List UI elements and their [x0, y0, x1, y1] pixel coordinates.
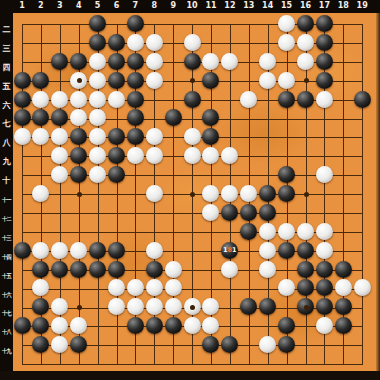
intersection-r15c1[interactable]: [13, 279, 32, 298]
intersection-r11c3[interactable]: [50, 203, 69, 222]
intersection-r16c19[interactable]: [353, 297, 372, 316]
intersection-r6c2[interactable]: [31, 109, 50, 128]
intersection-r14c6[interactable]: [107, 260, 126, 279]
intersection-r9c15[interactable]: [277, 165, 296, 184]
intersection-r9c8[interactable]: [145, 165, 164, 184]
intersection-r2c9[interactable]: [164, 33, 183, 52]
intersection-r2c11[interactable]: [201, 33, 220, 52]
intersection-r13c19[interactable]: [353, 241, 372, 260]
intersection-r1c6[interactable]: [107, 14, 126, 33]
intersection-r16c13[interactable]: [239, 297, 258, 316]
intersection-r6c4[interactable]: [69, 109, 88, 128]
intersection-r17c8[interactable]: [145, 316, 164, 335]
intersection-r14c8[interactable]: [145, 260, 164, 279]
intersection-r4c15[interactable]: [277, 71, 296, 90]
intersection-r17c6[interactable]: [107, 316, 126, 335]
intersection-r18c5[interactable]: [88, 335, 107, 354]
intersection-r12c16[interactable]: [296, 222, 315, 241]
intersection-r6c9[interactable]: [164, 109, 183, 128]
intersection-r2c2[interactable]: [31, 33, 50, 52]
intersection-r14c16[interactable]: [296, 260, 315, 279]
intersection-r18c1[interactable]: [13, 335, 32, 354]
intersection-r17c17[interactable]: [315, 316, 334, 335]
intersection-r3c10[interactable]: [183, 52, 202, 71]
intersection-r2c17[interactable]: [315, 33, 334, 52]
intersection-r9c7[interactable]: [126, 165, 145, 184]
intersection-r5c3[interactable]: [50, 90, 69, 109]
intersection-r15c18[interactable]: [334, 279, 353, 298]
intersection-r11c19[interactable]: [353, 203, 372, 222]
intersection-r15c8[interactable]: [145, 279, 164, 298]
intersection-r7c5[interactable]: [88, 127, 107, 146]
intersection-r17c10[interactable]: [183, 316, 202, 335]
intersection-r14c5[interactable]: [88, 260, 107, 279]
intersection-r13c15[interactable]: [277, 241, 296, 260]
intersection-r11c7[interactable]: [126, 203, 145, 222]
intersection-r15c2[interactable]: [31, 279, 50, 298]
intersection-r2c18[interactable]: [334, 33, 353, 52]
intersection-r17c16[interactable]: [296, 316, 315, 335]
intersection-r6c12[interactable]: [220, 109, 239, 128]
intersection-r6c7[interactable]: [126, 109, 145, 128]
intersection-r5c16[interactable]: [296, 90, 315, 109]
intersection-r18c6[interactable]: [107, 335, 126, 354]
intersection-r4c14[interactable]: [258, 71, 277, 90]
intersection-r6c5[interactable]: [88, 109, 107, 128]
intersection-r12c5[interactable]: [88, 222, 107, 241]
intersection-r18c16[interactable]: [296, 335, 315, 354]
intersection-r10c8[interactable]: [145, 184, 164, 203]
intersection-r17c19[interactable]: [353, 316, 372, 335]
intersection-r16c2[interactable]: [31, 297, 50, 316]
intersection-r12c14[interactable]: [258, 222, 277, 241]
intersection-r15c12[interactable]: [220, 279, 239, 298]
intersection-r4c18[interactable]: [334, 71, 353, 90]
intersection-r13c10[interactable]: [183, 241, 202, 260]
intersection-r14c4[interactable]: [69, 260, 88, 279]
intersection-r18c18[interactable]: [334, 335, 353, 354]
intersection-r10c19[interactable]: [353, 184, 372, 203]
intersection-r13c18[interactable]: [334, 241, 353, 260]
intersection-r18c12[interactable]: [220, 335, 239, 354]
intersection-r15c13[interactable]: [239, 279, 258, 298]
intersection-r17c5[interactable]: [88, 316, 107, 335]
intersection-r8c10[interactable]: [183, 146, 202, 165]
intersection-r8c5[interactable]: [88, 146, 107, 165]
intersection-r3c15[interactable]: [277, 52, 296, 71]
intersection-r11c18[interactable]: [334, 203, 353, 222]
intersection-r6c14[interactable]: [258, 109, 277, 128]
intersection-r5c15[interactable]: [277, 90, 296, 109]
intersection-r3c17[interactable]: [315, 52, 334, 71]
intersection-r11c6[interactable]: [107, 203, 126, 222]
intersection-r1c7[interactable]: [126, 14, 145, 33]
intersection-r12c6[interactable]: [107, 222, 126, 241]
intersection-r18c15[interactable]: [277, 335, 296, 354]
intersection-r10c11[interactable]: [201, 184, 220, 203]
intersection-r16c6[interactable]: [107, 297, 126, 316]
intersection-r13c4[interactable]: [69, 241, 88, 260]
intersection-r18c3[interactable]: [50, 335, 69, 354]
intersection-r12c15[interactable]: [277, 222, 296, 241]
intersection-r1c14[interactable]: [258, 14, 277, 33]
intersection-r18c19[interactable]: [353, 335, 372, 354]
intersection-r3c12[interactable]: [220, 52, 239, 71]
intersection-r13c9[interactable]: [164, 241, 183, 260]
intersection-r14c14[interactable]: [258, 260, 277, 279]
intersection-r10c2[interactable]: [31, 184, 50, 203]
intersection-r16c9[interactable]: [164, 297, 183, 316]
intersection-r10c17[interactable]: [315, 184, 334, 203]
intersection-r8c7[interactable]: [126, 146, 145, 165]
intersection-r1c12[interactable]: [220, 14, 239, 33]
intersection-r9c19[interactable]: [353, 165, 372, 184]
intersection-r7c13[interactable]: [239, 127, 258, 146]
intersection-r15c9[interactable]: [164, 279, 183, 298]
intersection-r12c13[interactable]: [239, 222, 258, 241]
intersection-r3c8[interactable]: [145, 52, 164, 71]
intersection-r15c4[interactable]: [69, 279, 88, 298]
intersection-r3c19[interactable]: [353, 52, 372, 71]
intersection-r1c3[interactable]: [50, 14, 69, 33]
intersection-r17c1[interactable]: [13, 316, 32, 335]
intersection-r9c1[interactable]: [13, 165, 32, 184]
intersection-r13c14[interactable]: [258, 241, 277, 260]
intersection-r6c16[interactable]: [296, 109, 315, 128]
intersection-r5c11[interactable]: [201, 90, 220, 109]
intersection-r18c17[interactable]: [315, 335, 334, 354]
intersection-r17c4[interactable]: [69, 316, 88, 335]
intersection-r17c14[interactable]: [258, 316, 277, 335]
intersection-r9c11[interactable]: [201, 165, 220, 184]
intersection-r11c2[interactable]: [31, 203, 50, 222]
intersection-r10c1[interactable]: [13, 184, 32, 203]
intersection-r16c11[interactable]: [201, 297, 220, 316]
intersection-r14c9[interactable]: [164, 260, 183, 279]
intersection-r7c19[interactable]: [353, 127, 372, 146]
intersection-r12c12[interactable]: [220, 222, 239, 241]
intersection-r4c19[interactable]: [353, 71, 372, 90]
intersection-r14c7[interactable]: [126, 260, 145, 279]
intersection-r7c17[interactable]: [315, 127, 334, 146]
intersection-r3c11[interactable]: [201, 52, 220, 71]
intersection-r12c3[interactable]: [50, 222, 69, 241]
intersection-r4c6[interactable]: [107, 71, 126, 90]
intersection-r8c8[interactable]: [145, 146, 164, 165]
intersection-r11c1[interactable]: [13, 203, 32, 222]
intersection-r2c10[interactable]: [183, 33, 202, 52]
intersection-r12c8[interactable]: [145, 222, 164, 241]
intersection-r13c3[interactable]: [50, 241, 69, 260]
intersection-r9c9[interactable]: [164, 165, 183, 184]
intersection-r3c13[interactable]: [239, 52, 258, 71]
intersection-r4c17[interactable]: [315, 71, 334, 90]
intersection-r9c12[interactable]: [220, 165, 239, 184]
intersection-r9c3[interactable]: [50, 165, 69, 184]
intersection-r4c7[interactable]: [126, 71, 145, 90]
intersection-r6c1[interactable]: [13, 109, 32, 128]
intersection-r5c9[interactable]: [164, 90, 183, 109]
intersection-r4c11[interactable]: [201, 71, 220, 90]
intersection-r7c18[interactable]: [334, 127, 353, 146]
intersection-r8c18[interactable]: [334, 146, 353, 165]
intersection-r1c1[interactable]: [13, 14, 32, 33]
intersection-r8c3[interactable]: [50, 146, 69, 165]
intersection-r5c12[interactable]: [220, 90, 239, 109]
intersection-r18c13[interactable]: [239, 335, 258, 354]
intersection-r15c15[interactable]: [277, 279, 296, 298]
intersection-r5c2[interactable]: [31, 90, 50, 109]
intersection-r1c9[interactable]: [164, 14, 183, 33]
intersection-r6c18[interactable]: [334, 109, 353, 128]
intersection-r9c16[interactable]: [296, 165, 315, 184]
intersection-r8c14[interactable]: [258, 146, 277, 165]
intersection-r7c16[interactable]: [296, 127, 315, 146]
intersection-r7c4[interactable]: [69, 127, 88, 146]
intersection-r14c2[interactable]: [31, 260, 50, 279]
intersection-r9c6[interactable]: [107, 165, 126, 184]
intersection-r3c1[interactable]: [13, 52, 32, 71]
intersection-r5c4[interactable]: [69, 90, 88, 109]
intersection-r6c13[interactable]: [239, 109, 258, 128]
intersection-r10c6[interactable]: [107, 184, 126, 203]
intersection-r8c11[interactable]: [201, 146, 220, 165]
intersection-r8c15[interactable]: [277, 146, 296, 165]
intersection-r1c5[interactable]: [88, 14, 107, 33]
intersection-r13c6[interactable]: [107, 241, 126, 260]
intersection-r17c11[interactable]: [201, 316, 220, 335]
intersection-r5c8[interactable]: [145, 90, 164, 109]
intersection-r8c2[interactable]: [31, 146, 50, 165]
intersection-r18c10[interactable]: [183, 335, 202, 354]
intersection-r2c1[interactable]: [13, 33, 32, 52]
intersection-r14c18[interactable]: [334, 260, 353, 279]
intersection-r5c5[interactable]: [88, 90, 107, 109]
intersection-r2c8[interactable]: [145, 33, 164, 52]
intersection-r13c13[interactable]: [239, 241, 258, 260]
intersection-r14c3[interactable]: [50, 260, 69, 279]
intersection-r9c2[interactable]: [31, 165, 50, 184]
intersection-r12c11[interactable]: [201, 222, 220, 241]
intersection-r1c13[interactable]: [239, 14, 258, 33]
intersection-r3c16[interactable]: [296, 52, 315, 71]
intersection-r4c1[interactable]: [13, 71, 32, 90]
intersection-r16c14[interactable]: [258, 297, 277, 316]
intersection-r1c16[interactable]: [296, 14, 315, 33]
intersection-r2c3[interactable]: [50, 33, 69, 52]
intersection-r10c5[interactable]: [88, 184, 107, 203]
intersection-r17c13[interactable]: [239, 316, 258, 335]
intersection-r6c17[interactable]: [315, 109, 334, 128]
intersection-r11c16[interactable]: [296, 203, 315, 222]
intersection-r11c12[interactable]: [220, 203, 239, 222]
intersection-r8c9[interactable]: [164, 146, 183, 165]
intersection-r2c16[interactable]: [296, 33, 315, 52]
intersection-r8c13[interactable]: [239, 146, 258, 165]
intersection-r15c10[interactable]: [183, 279, 202, 298]
intersection-r8c16[interactable]: [296, 146, 315, 165]
intersection-r3c9[interactable]: [164, 52, 183, 71]
intersection-r6c19[interactable]: [353, 109, 372, 128]
intersection-r17c7[interactable]: [126, 316, 145, 335]
intersection-r15c19[interactable]: [353, 279, 372, 298]
intersection-r16c8[interactable]: [145, 297, 164, 316]
intersection-r14c12[interactable]: [220, 260, 239, 279]
intersection-r9c4[interactable]: [69, 165, 88, 184]
intersection-r1c15[interactable]: [277, 14, 296, 33]
intersection-r12c10[interactable]: [183, 222, 202, 241]
intersection-r4c13[interactable]: [239, 71, 258, 90]
intersection-r8c19[interactable]: [353, 146, 372, 165]
intersection-r14c10[interactable]: [183, 260, 202, 279]
intersection-r11c8[interactable]: [145, 203, 164, 222]
intersection-r10c9[interactable]: [164, 184, 183, 203]
intersection-r10c3[interactable]: [50, 184, 69, 203]
intersection-r2c6[interactable]: [107, 33, 126, 52]
intersection-r6c15[interactable]: [277, 109, 296, 128]
intersection-r18c7[interactable]: [126, 335, 145, 354]
intersection-r10c13[interactable]: [239, 184, 258, 203]
intersection-r16c3[interactable]: [50, 297, 69, 316]
intersection-r2c12[interactable]: [220, 33, 239, 52]
intersection-r14c11[interactable]: [201, 260, 220, 279]
intersection-r4c5[interactable]: [88, 71, 107, 90]
intersection-r16c12[interactable]: [220, 297, 239, 316]
intersection-r15c5[interactable]: [88, 279, 107, 298]
intersection-r11c9[interactable]: [164, 203, 183, 222]
intersection-r15c3[interactable]: [50, 279, 69, 298]
intersection-r18c11[interactable]: [201, 335, 220, 354]
intersection-r17c2[interactable]: [31, 316, 50, 335]
intersection-r18c2[interactable]: [31, 335, 50, 354]
intersection-r5c7[interactable]: [126, 90, 145, 109]
intersection-r7c12[interactable]: [220, 127, 239, 146]
intersection-r3c6[interactable]: [107, 52, 126, 71]
intersection-r7c1[interactable]: [13, 127, 32, 146]
intersection-r11c15[interactable]: [277, 203, 296, 222]
intersection-r5c13[interactable]: [239, 90, 258, 109]
intersection-r11c13[interactable]: [239, 203, 258, 222]
intersection-r14c15[interactable]: [277, 260, 296, 279]
intersection-r15c6[interactable]: [107, 279, 126, 298]
intersection-r1c4[interactable]: [69, 14, 88, 33]
intersection-r17c9[interactable]: [164, 316, 183, 335]
intersection-r5c10[interactable]: [183, 90, 202, 109]
intersection-r5c14[interactable]: [258, 90, 277, 109]
intersection-r11c17[interactable]: [315, 203, 334, 222]
intersection-r15c7[interactable]: [126, 279, 145, 298]
intersection-r2c15[interactable]: [277, 33, 296, 52]
intersection-r13c2[interactable]: [31, 241, 50, 260]
intersection-r5c17[interactable]: [315, 90, 334, 109]
intersection-r13c7[interactable]: [126, 241, 145, 260]
intersection-r8c1[interactable]: [13, 146, 32, 165]
intersection-r3c7[interactable]: [126, 52, 145, 71]
intersection-r4c9[interactable]: [164, 71, 183, 90]
intersection-r7c14[interactable]: [258, 127, 277, 146]
intersection-r10c18[interactable]: [334, 184, 353, 203]
intersection-r12c4[interactable]: [69, 222, 88, 241]
intersection-r6c8[interactable]: [145, 109, 164, 128]
intersection-r3c5[interactable]: [88, 52, 107, 71]
intersection-r11c4[interactable]: [69, 203, 88, 222]
intersection-r16c1[interactable]: [13, 297, 32, 316]
intersection-r7c9[interactable]: [164, 127, 183, 146]
intersection-r5c19[interactable]: [353, 90, 372, 109]
intersection-r6c10[interactable]: [183, 109, 202, 128]
intersection-r9c18[interactable]: [334, 165, 353, 184]
intersection-r3c14[interactable]: [258, 52, 277, 71]
intersection-r8c12[interactable]: [220, 146, 239, 165]
intersection-r9c13[interactable]: [239, 165, 258, 184]
intersection-r13c8[interactable]: [145, 241, 164, 260]
intersection-r13c12[interactable]: 181: [220, 241, 239, 260]
intersection-r18c4[interactable]: [69, 335, 88, 354]
intersection-r4c8[interactable]: [145, 71, 164, 90]
intersection-r14c17[interactable]: [315, 260, 334, 279]
intersection-r4c2[interactable]: [31, 71, 50, 90]
intersection-r5c18[interactable]: [334, 90, 353, 109]
intersection-r13c5[interactable]: [88, 241, 107, 260]
intersection-r4c12[interactable]: [220, 71, 239, 90]
intersection-r12c2[interactable]: [31, 222, 50, 241]
intersection-r17c12[interactable]: [220, 316, 239, 335]
intersection-r12c7[interactable]: [126, 222, 145, 241]
intersection-r2c14[interactable]: [258, 33, 277, 52]
intersection-r7c6[interactable]: [107, 127, 126, 146]
intersection-r5c6[interactable]: [107, 90, 126, 109]
intersection-r10c12[interactable]: [220, 184, 239, 203]
intersection-r14c13[interactable]: [239, 260, 258, 279]
intersection-r13c16[interactable]: [296, 241, 315, 260]
intersection-r6c6[interactable]: [107, 109, 126, 128]
intersection-r7c7[interactable]: [126, 127, 145, 146]
intersection-r9c17[interactable]: [315, 165, 334, 184]
intersection-r15c11[interactable]: [201, 279, 220, 298]
intersection-r6c3[interactable]: [50, 109, 69, 128]
intersection-r17c15[interactable]: [277, 316, 296, 335]
intersection-r15c14[interactable]: [258, 279, 277, 298]
intersection-r16c15[interactable]: [277, 297, 296, 316]
intersection-r14c1[interactable]: [13, 260, 32, 279]
intersection-r12c19[interactable]: [353, 222, 372, 241]
intersection-r11c11[interactable]: [201, 203, 220, 222]
intersection-r1c2[interactable]: [31, 14, 50, 33]
intersection-r13c17[interactable]: [315, 241, 334, 260]
intersection-r11c10[interactable]: [183, 203, 202, 222]
intersection-r1c19[interactable]: [353, 14, 372, 33]
intersection-r9c5[interactable]: [88, 165, 107, 184]
intersection-r2c4[interactable]: [69, 33, 88, 52]
intersection-r14c19[interactable]: [353, 260, 372, 279]
intersection-r18c9[interactable]: [164, 335, 183, 354]
intersection-r18c8[interactable]: [145, 335, 164, 354]
intersection-r11c5[interactable]: [88, 203, 107, 222]
intersection-r10c14[interactable]: [258, 184, 277, 203]
intersection-r4c3[interactable]: [50, 71, 69, 90]
intersection-r12c1[interactable]: [13, 222, 32, 241]
intersection-r2c19[interactable]: [353, 33, 372, 52]
intersection-r18c14[interactable]: [258, 335, 277, 354]
intersection-r1c10[interactable]: [183, 14, 202, 33]
intersection-r1c18[interactable]: [334, 14, 353, 33]
intersection-r3c4[interactable]: [69, 52, 88, 71]
intersection-r12c17[interactable]: [315, 222, 334, 241]
intersection-r3c18[interactable]: [334, 52, 353, 71]
intersection-r8c17[interactable]: [315, 146, 334, 165]
intersection-r12c9[interactable]: [164, 222, 183, 241]
intersection-r7c10[interactable]: [183, 127, 202, 146]
